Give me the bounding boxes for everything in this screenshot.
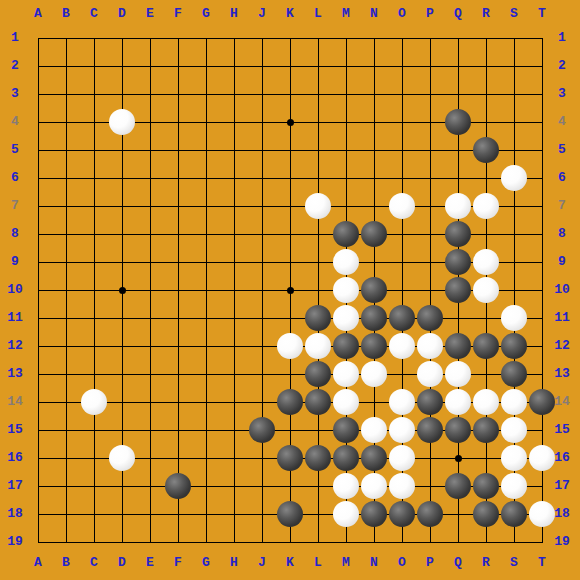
row-label-left: 6 [3,171,27,185]
row-label-right: 19 [550,535,574,549]
black-stone [445,109,471,135]
row-label-right: 2 [550,59,574,73]
column-label-top: P [418,7,442,21]
hoshi-point [287,119,294,126]
black-stone [249,417,275,443]
column-label-top: L [306,7,330,21]
row-label-left: 7 [3,199,27,213]
black-stone [361,501,387,527]
black-stone [389,501,415,527]
black-stone [445,221,471,247]
black-stone [333,221,359,247]
white-stone [501,417,527,443]
black-stone [417,501,443,527]
column-label-bottom: M [334,556,358,570]
black-stone [417,305,443,331]
row-label-left: 2 [3,59,27,73]
white-stone [333,305,359,331]
row-label-left: 10 [3,283,27,297]
white-stone [277,333,303,359]
column-label-bottom: F [166,556,190,570]
white-stone [473,389,499,415]
black-stone [473,501,499,527]
white-stone [333,473,359,499]
row-label-left: 16 [3,451,27,465]
column-label-bottom: S [502,556,526,570]
black-stone [165,473,191,499]
column-label-top: S [502,7,526,21]
row-label-left: 9 [3,255,27,269]
column-label-bottom: D [110,556,134,570]
row-label-right: 15 [550,423,574,437]
row-label-right: 17 [550,479,574,493]
black-stone [445,249,471,275]
row-label-left: 12 [3,339,27,353]
black-stone [389,305,415,331]
white-stone [473,193,499,219]
row-label-left: 13 [3,367,27,381]
column-label-top: E [138,7,162,21]
white-stone [389,445,415,471]
row-label-right: 12 [550,339,574,353]
black-stone [361,445,387,471]
white-stone [361,417,387,443]
row-label-right: 7 [550,199,574,213]
row-label-left: 15 [3,423,27,437]
black-stone [361,277,387,303]
black-stone [445,277,471,303]
row-label-right: 9 [550,255,574,269]
column-label-bottom: A [26,556,50,570]
row-label-left: 17 [3,479,27,493]
column-label-bottom: G [194,556,218,570]
black-stone [473,417,499,443]
white-stone [333,277,359,303]
black-stone [333,333,359,359]
black-stone [305,361,331,387]
white-stone [473,249,499,275]
white-stone [445,389,471,415]
hoshi-point [287,287,294,294]
white-stone [501,165,527,191]
black-stone [277,501,303,527]
row-label-right: 10 [550,283,574,297]
row-label-right: 8 [550,227,574,241]
column-label-bottom: Q [446,556,470,570]
row-label-left: 5 [3,143,27,157]
column-label-bottom: J [250,556,274,570]
black-stone [305,389,331,415]
black-stone [445,473,471,499]
white-stone [81,389,107,415]
column-label-bottom: P [418,556,442,570]
white-stone [501,473,527,499]
column-label-top: K [278,7,302,21]
column-label-bottom: O [390,556,414,570]
column-label-top: J [250,7,274,21]
white-stone [361,473,387,499]
row-label-right: 4 [550,115,574,129]
white-stone [389,333,415,359]
column-label-top: R [474,7,498,21]
hoshi-point [455,455,462,462]
white-stone [333,501,359,527]
black-stone [445,333,471,359]
column-label-bottom: B [54,556,78,570]
black-stone [473,333,499,359]
hoshi-point [119,287,126,294]
white-stone [389,193,415,219]
column-label-top: A [26,7,50,21]
column-label-top: T [530,7,554,21]
black-stone [501,333,527,359]
black-stone [417,417,443,443]
column-label-top: O [390,7,414,21]
row-label-left: 18 [3,507,27,521]
white-stone [473,277,499,303]
black-stone [417,389,443,415]
column-label-bottom: H [222,556,246,570]
black-stone [361,333,387,359]
black-stone [529,389,555,415]
go-board[interactable]: AABBCCDDEEFFGGHHJJKKLLMMNNOOPPQQRRSSTT11… [0,0,580,580]
black-stone [473,473,499,499]
column-label-top: B [54,7,78,21]
white-stone [389,417,415,443]
white-stone [305,193,331,219]
row-label-left: 14 [3,395,27,409]
black-stone [305,305,331,331]
black-stone [473,137,499,163]
white-stone [445,361,471,387]
column-label-top: M [334,7,358,21]
column-label-bottom: L [306,556,330,570]
column-label-bottom: E [138,556,162,570]
row-label-right: 6 [550,171,574,185]
black-stone [333,445,359,471]
black-stone [277,389,303,415]
column-label-top: F [166,7,190,21]
column-label-top: N [362,7,386,21]
white-stone [109,109,135,135]
white-stone [333,361,359,387]
white-stone [333,389,359,415]
black-stone [445,417,471,443]
go-board-screenshot: AABBCCDDEEFFGGHHJJKKLLMMNNOOPPQQRRSSTT11… [0,0,580,580]
column-label-top: D [110,7,134,21]
black-stone [333,417,359,443]
row-label-right: 1 [550,31,574,45]
white-stone [501,305,527,331]
row-label-left: 8 [3,227,27,241]
black-stone [305,445,331,471]
row-label-right: 3 [550,87,574,101]
row-label-left: 19 [3,535,27,549]
column-label-top: C [82,7,106,21]
black-stone [361,305,387,331]
row-label-left: 3 [3,87,27,101]
white-stone [109,445,135,471]
row-label-left: 11 [3,311,27,325]
row-label-left: 4 [3,115,27,129]
column-label-top: G [194,7,218,21]
white-stone [333,249,359,275]
white-stone [445,193,471,219]
column-label-bottom: R [474,556,498,570]
row-label-right: 11 [550,311,574,325]
column-label-top: H [222,7,246,21]
white-stone [529,445,555,471]
white-stone [529,501,555,527]
row-label-left: 1 [3,31,27,45]
column-label-bottom: N [362,556,386,570]
black-stone [501,501,527,527]
white-stone [389,389,415,415]
white-stone [501,445,527,471]
white-stone [305,333,331,359]
column-label-bottom: T [530,556,554,570]
white-stone [501,389,527,415]
column-label-bottom: C [82,556,106,570]
white-stone [389,473,415,499]
black-stone [361,221,387,247]
row-label-right: 13 [550,367,574,381]
black-stone [501,361,527,387]
column-label-top: Q [446,7,470,21]
column-label-bottom: K [278,556,302,570]
white-stone [417,333,443,359]
black-stone [277,445,303,471]
white-stone [361,361,387,387]
white-stone [417,361,443,387]
row-label-right: 5 [550,143,574,157]
